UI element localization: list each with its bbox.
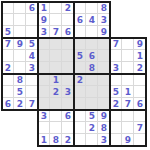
sudoku-given-r10c7[interactable]: 2 [86, 122, 98, 134]
sudoku-given-r1c3[interactable]: 9 [38, 14, 50, 26]
sudoku-given-r3c0[interactable]: 7 [2, 38, 14, 50]
sudoku-given-r9c7[interactable]: 5 [86, 110, 98, 122]
outside-area [110, 2, 122, 14]
sudoku-cell-r0c6[interactable] [74, 2, 86, 14]
sudoku-cell-r4c1[interactable] [14, 50, 26, 62]
sudoku-cell-r3c3[interactable] [38, 38, 50, 50]
sudoku-cell-r7c0[interactable] [2, 86, 14, 98]
outside-area [134, 2, 146, 14]
sudoku-given-r4c7[interactable]: 6 [86, 50, 98, 62]
outside-area [110, 14, 122, 26]
box-border-line [1, 1, 111, 3]
sudoku-given-r3c1[interactable]: 9 [14, 38, 26, 50]
box-border-line [37, 73, 147, 75]
sudoku-cell-r10c4[interactable] [50, 122, 62, 134]
sudoku-board: 6128964353769795794561238328125235162727… [0, 0, 150, 150]
sudoku-cell-r3c6[interactable] [74, 38, 86, 50]
sudoku-cell-r7c6[interactable] [74, 86, 86, 98]
box-border-line [37, 145, 147, 147]
sudoku-cell-r9c4[interactable] [50, 110, 62, 122]
sudoku-cell-r4c3[interactable] [38, 50, 50, 62]
sudoku-cell-r3c7[interactable] [86, 38, 98, 50]
sudoku-given-r7c9[interactable]: 5 [110, 86, 122, 98]
box-border-line [37, 37, 147, 39]
sudoku-cell-r1c0[interactable] [2, 14, 14, 26]
box-border-line [73, 37, 75, 147]
outside-area [14, 122, 26, 134]
sudoku-cell-r3c10[interactable] [122, 38, 134, 50]
sudoku-cell-r7c3[interactable] [38, 86, 50, 98]
outside-area [122, 2, 134, 14]
sudoku-given-r0c3[interactable]: 1 [38, 2, 50, 14]
sudoku-cell-r4c10[interactable] [122, 50, 134, 62]
sudoku-cell-r4c4[interactable] [50, 50, 62, 62]
sudoku-cell-r10c9[interactable] [110, 122, 122, 134]
sudoku-given-r4c6[interactable]: 5 [74, 50, 86, 62]
sudoku-cell-r4c9[interactable] [110, 50, 122, 62]
sudoku-cell-r0c4[interactable] [50, 2, 62, 14]
sudoku-cell-r9c10[interactable] [122, 110, 134, 122]
box-border-line [37, 109, 147, 111]
outside-area [134, 14, 146, 26]
sudoku-given-r6c1[interactable]: 8 [14, 74, 26, 86]
sudoku-given-r6c4[interactable]: 1 [50, 74, 62, 86]
sudoku-cell-r7c7[interactable] [86, 86, 98, 98]
outside-area [14, 134, 26, 146]
sudoku-given-r3c9[interactable]: 7 [110, 38, 122, 50]
sudoku-cell-r0c7[interactable] [86, 2, 98, 14]
sudoku-cell-r10c10[interactable] [122, 122, 134, 134]
sudoku-cell-r6c9[interactable] [110, 74, 122, 86]
sudoku-given-r1c6[interactable]: 6 [74, 14, 86, 26]
outside-area [2, 122, 14, 134]
box-border-line [145, 37, 147, 147]
sudoku-cell-r10c6[interactable] [74, 122, 86, 134]
sudoku-given-r7c10[interactable]: 1 [122, 86, 134, 98]
sudoku-given-r7c4[interactable]: 2 [50, 86, 62, 98]
box-border-line [109, 37, 111, 147]
box-border-line [1, 1, 3, 111]
sudoku-cell-r1c1[interactable] [14, 14, 26, 26]
sudoku-cell-r0c1[interactable] [14, 2, 26, 14]
sudoku-given-r9c3[interactable]: 3 [38, 110, 50, 122]
sudoku-cell-r4c0[interactable] [2, 50, 14, 62]
outside-area [14, 110, 26, 122]
sudoku-given-r7c1[interactable]: 5 [14, 86, 26, 98]
sudoku-given-r1c7[interactable]: 4 [86, 14, 98, 26]
sudoku-cell-r6c10[interactable] [122, 74, 134, 86]
outside-area [2, 134, 14, 146]
sudoku-cell-r6c3[interactable] [38, 74, 50, 86]
sudoku-cell-r1c4[interactable] [50, 14, 62, 26]
outside-area [122, 14, 134, 26]
sudoku-cell-r9c6[interactable] [74, 110, 86, 122]
box-border-line [37, 37, 39, 147]
outside-area [2, 110, 14, 122]
sudoku-cell-r0c0[interactable] [2, 2, 14, 14]
sudoku-cell-r6c7[interactable] [86, 74, 98, 86]
sudoku-cell-r10c3[interactable] [38, 122, 50, 134]
sudoku-cell-r9c9[interactable] [110, 110, 122, 122]
sudoku-cell-r3c4[interactable] [50, 38, 62, 50]
sudoku-given-r6c6[interactable]: 2 [74, 74, 86, 86]
sudoku-cell-r6c0[interactable] [2, 74, 14, 86]
